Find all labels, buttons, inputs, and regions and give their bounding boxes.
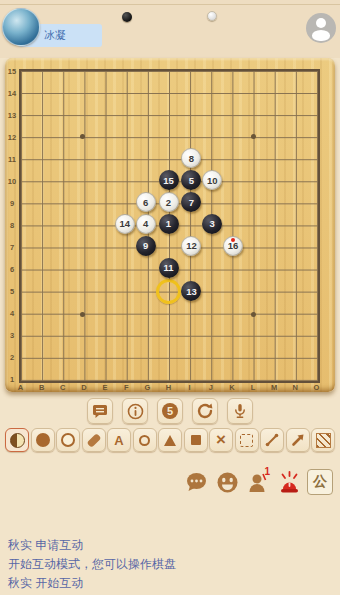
stone-black-3: 3 (202, 214, 222, 234)
message-line: 秋实 申请互动 (8, 538, 176, 552)
svg-text:5: 5 (167, 405, 173, 417)
app-window: 冰凝 151413121110987654321 ABCDEFGHIJKLMNO… (0, 0, 340, 595)
microphone-icon (232, 403, 248, 419)
top-bar: 冰凝 (0, 0, 340, 58)
stone-white-10: 10 (202, 170, 222, 190)
tool-triangle-mark-button[interactable] (158, 428, 182, 452)
voice-button[interactable] (227, 398, 253, 424)
move-count-button[interactable]: 5 (157, 398, 183, 424)
message-line: 开始互动模式，您可以操作棋盘 (8, 557, 176, 571)
comment-button[interactable] (87, 398, 113, 424)
info-button[interactable] (122, 398, 148, 424)
tool-black-stone-button[interactable] (31, 428, 55, 452)
star-point (251, 134, 256, 139)
circle-mark-icon (139, 435, 150, 446)
refresh-icon (196, 402, 214, 420)
star-point (80, 134, 85, 139)
refresh-button[interactable] (192, 398, 218, 424)
highlight-ring-marker (156, 279, 181, 304)
arrow-tool-icon (290, 432, 306, 448)
tool-pattern-button[interactable] (311, 428, 335, 452)
stone-black-11: 11 (159, 258, 179, 278)
stone-black-15: 15 (159, 170, 179, 190)
stone-white-4: 4 (136, 214, 156, 234)
stone-black-1: 1 (159, 214, 179, 234)
primary-toolbar: 5 (0, 398, 340, 424)
smiley-icon (216, 471, 239, 494)
draw-toolbar: A × (5, 428, 335, 452)
tool-white-stone-button[interactable] (56, 428, 80, 452)
tool-square-mark-button[interactable] (184, 428, 208, 452)
chat-button[interactable] (183, 469, 209, 495)
siren-icon (277, 470, 302, 495)
alternate-stone-icon (10, 433, 25, 448)
user-icon (316, 18, 326, 28)
triangle-mark-icon (164, 435, 176, 446)
game-board[interactable]: 151413121110987654321 ABCDEFGHIJKLMNO 12… (5, 58, 335, 392)
stone-black-5: 5 (181, 170, 201, 190)
opponent-avatar-placeholder[interactable] (306, 13, 336, 43)
tool-circle-mark-button[interactable] (133, 428, 157, 452)
emoji-button[interactable] (214, 469, 240, 495)
stone-black-7: 7 (181, 192, 201, 212)
select-area-icon (240, 434, 253, 447)
stone-white-14: 14 (115, 214, 135, 234)
stone-white-12: 12 (181, 236, 201, 256)
user-icon-body (312, 30, 330, 41)
stone-black-9: 9 (136, 236, 156, 256)
star-point (251, 312, 256, 317)
stones-layer[interactable]: 12345678910111213141516 (10, 60, 327, 391)
tool-text-button[interactable]: A (107, 428, 131, 452)
letter-a-icon: A (114, 433, 123, 448)
top-divider (0, 4, 340, 5)
audience-button[interactable]: 1 (245, 469, 271, 495)
pattern-fill-icon (316, 433, 331, 448)
black-stone-indicator-icon (122, 12, 132, 22)
stone-white-16: 16 (223, 236, 243, 256)
stone-white-8: 8 (181, 148, 201, 168)
cross-mark-icon: × (216, 431, 226, 448)
stone-white-2: 2 (159, 192, 179, 212)
open-stone-icon (61, 433, 75, 447)
info-icon (127, 403, 144, 420)
tool-line-button[interactable] (260, 428, 284, 452)
tool-eraser-button[interactable] (82, 428, 106, 452)
move-count-5-icon: 5 (161, 402, 179, 420)
message-line: 秋实 开始互动 (8, 576, 176, 590)
audience-count-badge: 1 (264, 466, 270, 477)
alert-button[interactable] (276, 469, 302, 495)
tool-select-area-button[interactable] (235, 428, 259, 452)
stone-white-6: 6 (136, 192, 156, 212)
tool-alternate-stone-button[interactable] (5, 428, 29, 452)
comment-icon (92, 403, 108, 419)
broadcast-button[interactable]: 公 (307, 469, 333, 495)
player-avatar[interactable] (2, 8, 40, 46)
line-tool-icon (264, 432, 280, 448)
star-point (80, 312, 85, 317)
message-log: 秋实 申请互动 开始互动模式，您可以操作棋盘 秋实 开始互动 (8, 538, 176, 590)
square-mark-icon (191, 435, 201, 445)
chat-dots-icon (185, 471, 208, 494)
tool-arrow-button[interactable] (286, 428, 310, 452)
social-toolbar: 1 公 (183, 469, 333, 495)
filled-stone-icon (36, 433, 50, 447)
stone-black-13: 13 (181, 281, 201, 301)
white-stone-indicator-icon (207, 11, 217, 21)
tool-cross-mark-button[interactable]: × (209, 428, 233, 452)
eraser-icon (86, 433, 101, 448)
